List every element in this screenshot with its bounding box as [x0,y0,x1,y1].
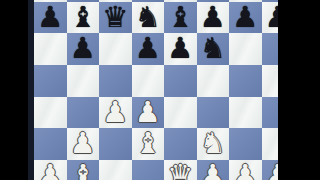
white-bishop-b2: ♝ [67,160,100,180]
square-b2[interactable]: ♝ [67,160,100,180]
square-c4[interactable]: ♟ [99,97,132,129]
white-pawn-b3: ♟ [67,128,100,160]
square-c7[interactable]: ♛ [99,2,132,34]
square-b3[interactable]: ♟ [67,128,100,160]
square-g7[interactable]: ♟ [229,2,262,34]
square-e4[interactable] [164,97,197,129]
square-d4[interactable]: ♟ [132,97,165,129]
square-h5[interactable] [262,65,279,97]
black-pawn-b6: ♟ [67,33,100,65]
board-viewport: ♜♜♚♟♝♛♞♝♟♟♟♟♟♟♞♟♟♟♝♞♟♝♛♟♟♟♜♞♜♚ [28,0,278,180]
square-d3[interactable]: ♝ [132,128,165,160]
square-g4[interactable] [229,97,262,129]
square-c3[interactable] [99,128,132,160]
white-queen-e2: ♛ [164,160,197,180]
square-d2[interactable] [132,160,165,180]
white-pawn-h2: ♟ [262,160,279,180]
square-e2[interactable]: ♛ [164,160,197,180]
black-pawn-h7: ♟ [262,2,279,34]
square-a3[interactable] [34,128,67,160]
white-pawn-f2: ♟ [197,160,230,180]
square-e6[interactable]: ♟ [164,33,197,65]
square-c2[interactable] [99,160,132,180]
square-d6[interactable]: ♟ [132,33,165,65]
square-d5[interactable] [132,65,165,97]
square-f3[interactable]: ♞ [197,128,230,160]
square-f7[interactable]: ♟ [197,2,230,34]
square-f4[interactable] [197,97,230,129]
square-a4[interactable] [34,97,67,129]
black-pawn-a7: ♟ [34,2,67,34]
square-b6[interactable]: ♟ [67,33,100,65]
square-h3[interactable] [262,128,279,160]
square-b5[interactable] [67,65,100,97]
black-bishop-e7: ♝ [164,2,197,34]
black-pawn-d6: ♟ [132,33,165,65]
chess-thumbnail-stage: ♜♜♚♟♝♛♞♝♟♟♟♟♟♟♞♟♟♟♝♞♟♝♛♟♟♟♜♞♜♚ [0,0,320,180]
white-bishop-d3: ♝ [132,128,165,160]
black-pawn-e6: ♟ [164,33,197,65]
black-knight-f6: ♞ [197,33,230,65]
square-f2[interactable]: ♟ [197,160,230,180]
square-h4[interactable] [262,97,279,129]
white-pawn-a2: ♟ [34,160,67,180]
square-b7[interactable]: ♝ [67,2,100,34]
square-g2[interactable]: ♟ [229,160,262,180]
chess-board: ♜♜♚♟♝♛♞♝♟♟♟♟♟♟♞♟♟♟♝♞♟♝♛♟♟♟♜♞♜♚ [28,0,278,180]
square-a6[interactable] [34,33,67,65]
square-g5[interactable] [229,65,262,97]
square-h7[interactable]: ♟ [262,2,279,34]
square-d7[interactable]: ♞ [132,2,165,34]
square-e3[interactable] [164,128,197,160]
white-pawn-g2: ♟ [229,160,262,180]
square-h6[interactable] [262,33,279,65]
square-g6[interactable] [229,33,262,65]
white-pawn-d4: ♟ [132,97,165,129]
square-a5[interactable] [34,65,67,97]
white-knight-f3: ♞ [197,128,230,160]
square-f6[interactable]: ♞ [197,33,230,65]
black-queen-c7: ♛ [99,2,132,34]
square-h2[interactable]: ♟ [262,160,279,180]
square-a2[interactable]: ♟ [34,160,67,180]
square-c5[interactable] [99,65,132,97]
square-e5[interactable] [164,65,197,97]
black-pawn-g7: ♟ [229,2,262,34]
white-pawn-c4: ♟ [99,97,132,129]
square-c6[interactable] [99,33,132,65]
square-f5[interactable] [197,65,230,97]
square-e7[interactable]: ♝ [164,2,197,34]
square-g3[interactable] [229,128,262,160]
square-b4[interactable] [67,97,100,129]
black-bishop-b7: ♝ [67,2,100,34]
black-knight-d7: ♞ [132,2,165,34]
black-pawn-f7: ♟ [197,2,230,34]
square-a7[interactable]: ♟ [34,2,67,34]
